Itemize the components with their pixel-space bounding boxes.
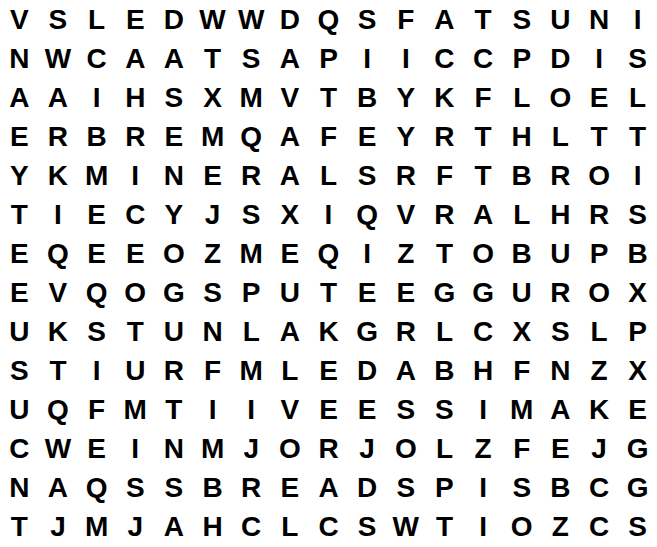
grid-cell[interactable]: L bbox=[580, 313, 619, 352]
grid-cell[interactable]: R bbox=[425, 195, 464, 234]
grid-cell[interactable]: S bbox=[348, 156, 387, 195]
grid-cell[interactable]: E bbox=[309, 391, 348, 430]
grid-cell[interactable]: T bbox=[464, 156, 503, 195]
grid-cell[interactable]: A bbox=[425, 0, 464, 39]
grid-cell[interactable]: F bbox=[502, 352, 541, 391]
grid-cell[interactable]: F bbox=[386, 0, 425, 39]
grid-cell[interactable]: T bbox=[155, 391, 194, 430]
grid-cell[interactable]: S bbox=[232, 195, 271, 234]
grid-cell[interactable]: A bbox=[541, 391, 580, 430]
grid-cell[interactable]: S bbox=[155, 78, 194, 117]
grid-cell[interactable]: M bbox=[232, 78, 271, 117]
grid-cell[interactable]: J bbox=[116, 508, 155, 547]
grid-cell[interactable]: A bbox=[155, 508, 194, 547]
grid-cell[interactable]: A bbox=[39, 78, 78, 117]
grid-cell[interactable]: K bbox=[309, 313, 348, 352]
grid-cell[interactable]: E bbox=[77, 430, 116, 469]
grid-cell[interactable]: E bbox=[580, 78, 619, 117]
grid-cell[interactable]: M bbox=[502, 391, 541, 430]
grid-cell[interactable]: I bbox=[77, 78, 116, 117]
grid-cell[interactable]: S bbox=[502, 469, 541, 508]
grid-cell[interactable]: I bbox=[116, 430, 155, 469]
grid-cell[interactable]: U bbox=[116, 352, 155, 391]
grid-cell[interactable]: Q bbox=[39, 234, 78, 273]
grid-cell[interactable]: H bbox=[464, 352, 503, 391]
grid-cell[interactable]: F bbox=[502, 430, 541, 469]
grid-cell[interactable]: A bbox=[0, 78, 39, 117]
grid-cell[interactable]: Z bbox=[386, 234, 425, 273]
grid-cell[interactable]: P bbox=[580, 234, 619, 273]
grid-cell[interactable]: J bbox=[232, 430, 271, 469]
grid-cell[interactable]: D bbox=[348, 469, 387, 508]
grid-cell[interactable]: S bbox=[232, 39, 271, 78]
grid-cell[interactable]: C bbox=[0, 430, 39, 469]
grid-cell[interactable]: M bbox=[193, 430, 232, 469]
grid-cell[interactable]: K bbox=[39, 156, 78, 195]
grid-cell[interactable]: R bbox=[386, 156, 425, 195]
grid-cell[interactable]: M bbox=[193, 117, 232, 156]
grid-cell[interactable]: O bbox=[386, 430, 425, 469]
grid-cell[interactable]: E bbox=[193, 156, 232, 195]
grid-cell[interactable]: W bbox=[39, 39, 78, 78]
grid-cell[interactable]: Z bbox=[541, 508, 580, 547]
grid-cell[interactable]: L bbox=[271, 352, 310, 391]
grid-cell[interactable]: O bbox=[271, 430, 310, 469]
grid-cell[interactable]: P bbox=[425, 469, 464, 508]
grid-cell[interactable]: Z bbox=[580, 352, 619, 391]
grid-cell[interactable]: O bbox=[580, 274, 619, 313]
grid-cell[interactable]: T bbox=[116, 313, 155, 352]
grid-cell[interactable]: S bbox=[77, 313, 116, 352]
grid-cell[interactable]: E bbox=[0, 117, 39, 156]
grid-cell[interactable]: I bbox=[464, 391, 503, 430]
grid-cell[interactable]: S bbox=[541, 313, 580, 352]
grid-cell[interactable]: N bbox=[541, 352, 580, 391]
grid-cell[interactable]: V bbox=[271, 78, 310, 117]
grid-cell[interactable]: S bbox=[425, 391, 464, 430]
grid-cell[interactable]: M bbox=[232, 352, 271, 391]
grid-cell[interactable]: P bbox=[502, 39, 541, 78]
grid-cell[interactable]: B bbox=[193, 469, 232, 508]
grid-cell[interactable]: B bbox=[425, 352, 464, 391]
grid-cell[interactable]: E bbox=[271, 234, 310, 273]
grid-cell[interactable]: K bbox=[425, 78, 464, 117]
grid-cell[interactable]: A bbox=[464, 195, 503, 234]
grid-cell[interactable]: X bbox=[271, 195, 310, 234]
grid-cell[interactable]: G bbox=[464, 274, 503, 313]
grid-cell[interactable]: E bbox=[309, 352, 348, 391]
grid-cell[interactable]: G bbox=[348, 313, 387, 352]
grid-cell[interactable]: F bbox=[309, 117, 348, 156]
grid-cell[interactable]: P bbox=[232, 274, 271, 313]
grid-cell[interactable]: C bbox=[464, 313, 503, 352]
grid-cell[interactable]: T bbox=[193, 39, 232, 78]
grid-cell[interactable]: X bbox=[618, 352, 657, 391]
grid-cell[interactable]: S bbox=[39, 0, 78, 39]
grid-cell[interactable]: N bbox=[193, 313, 232, 352]
grid-cell[interactable]: W bbox=[39, 430, 78, 469]
grid-cell[interactable]: S bbox=[348, 508, 387, 547]
grid-cell[interactable]: L bbox=[77, 0, 116, 39]
grid-cell[interactable]: A bbox=[386, 352, 425, 391]
grid-cell[interactable]: F bbox=[77, 391, 116, 430]
grid-cell[interactable]: T bbox=[618, 117, 657, 156]
grid-cell[interactable]: B bbox=[348, 78, 387, 117]
grid-cell[interactable]: T bbox=[309, 78, 348, 117]
grid-cell[interactable]: O bbox=[502, 508, 541, 547]
grid-cell[interactable]: I bbox=[464, 508, 503, 547]
grid-cell[interactable]: E bbox=[348, 274, 387, 313]
grid-cell[interactable]: H bbox=[502, 117, 541, 156]
grid-cell[interactable]: C bbox=[232, 508, 271, 547]
grid-cell[interactable]: S bbox=[0, 352, 39, 391]
grid-cell[interactable]: B bbox=[502, 234, 541, 273]
grid-cell[interactable]: U bbox=[0, 313, 39, 352]
grid-cell[interactable]: E bbox=[77, 195, 116, 234]
grid-cell[interactable]: U bbox=[541, 234, 580, 273]
grid-cell[interactable]: K bbox=[39, 313, 78, 352]
grid-cell[interactable]: U bbox=[155, 313, 194, 352]
grid-cell[interactable]: E bbox=[116, 0, 155, 39]
grid-cell[interactable]: E bbox=[0, 274, 39, 313]
grid-cell[interactable]: U bbox=[271, 274, 310, 313]
grid-cell[interactable]: G bbox=[155, 274, 194, 313]
grid-cell[interactable]: V bbox=[386, 195, 425, 234]
grid-cell[interactable]: S bbox=[618, 508, 657, 547]
grid-cell[interactable]: O bbox=[541, 78, 580, 117]
grid-cell[interactable]: R bbox=[386, 313, 425, 352]
grid-cell[interactable]: M bbox=[116, 391, 155, 430]
grid-cell[interactable]: D bbox=[541, 39, 580, 78]
grid-cell[interactable]: B bbox=[618, 234, 657, 273]
grid-cell[interactable]: I bbox=[116, 156, 155, 195]
grid-cell[interactable]: Y bbox=[0, 156, 39, 195]
grid-cell[interactable]: L bbox=[425, 313, 464, 352]
grid-cell[interactable]: E bbox=[77, 234, 116, 273]
grid-cell[interactable]: S bbox=[348, 0, 387, 39]
grid-cell[interactable]: A bbox=[271, 156, 310, 195]
grid-cell[interactable]: E bbox=[0, 234, 39, 273]
grid-cell[interactable]: T bbox=[464, 117, 503, 156]
grid-cell[interactable]: Z bbox=[193, 234, 232, 273]
grid-cell[interactable]: R bbox=[116, 117, 155, 156]
grid-cell[interactable]: I bbox=[39, 195, 78, 234]
grid-cell[interactable]: R bbox=[425, 117, 464, 156]
grid-cell[interactable]: M bbox=[77, 508, 116, 547]
grid-cell[interactable]: G bbox=[425, 274, 464, 313]
grid-cell[interactable]: T bbox=[464, 0, 503, 39]
grid-cell[interactable]: D bbox=[348, 352, 387, 391]
grid-cell[interactable]: R bbox=[309, 430, 348, 469]
word-search-grid: VSLEDWWDQSFATSUNINWCAATSAPIICCPDISAAIHSX… bbox=[0, 0, 657, 547]
grid-cell[interactable]: I bbox=[309, 195, 348, 234]
grid-cell[interactable]: I bbox=[464, 469, 503, 508]
grid-cell[interactable]: Q bbox=[77, 274, 116, 313]
grid-cell[interactable]: T bbox=[0, 508, 39, 547]
grid-cell[interactable]: J bbox=[193, 195, 232, 234]
grid-cell[interactable]: S bbox=[155, 469, 194, 508]
grid-cell[interactable]: L bbox=[502, 195, 541, 234]
grid-cell[interactable]: I bbox=[193, 391, 232, 430]
grid-cell[interactable]: A bbox=[39, 469, 78, 508]
grid-cell[interactable]: J bbox=[580, 430, 619, 469]
grid-cell[interactable]: A bbox=[271, 313, 310, 352]
grid-cell[interactable]: R bbox=[39, 117, 78, 156]
grid-cell[interactable]: N bbox=[155, 430, 194, 469]
grid-cell[interactable]: F bbox=[464, 78, 503, 117]
grid-cell[interactable]: T bbox=[425, 508, 464, 547]
grid-cell[interactable]: P bbox=[309, 39, 348, 78]
grid-cell[interactable]: S bbox=[193, 274, 232, 313]
grid-cell[interactable]: X bbox=[193, 78, 232, 117]
grid-cell[interactable]: A bbox=[271, 39, 310, 78]
grid-cell[interactable]: U bbox=[502, 274, 541, 313]
grid-cell[interactable]: W bbox=[386, 508, 425, 547]
grid-cell[interactable]: I bbox=[618, 0, 657, 39]
grid-cell[interactable]: S bbox=[116, 469, 155, 508]
grid-cell[interactable]: U bbox=[0, 391, 39, 430]
grid-cell[interactable]: Y bbox=[155, 195, 194, 234]
grid-cell[interactable]: R bbox=[232, 469, 271, 508]
grid-cell[interactable]: E bbox=[271, 469, 310, 508]
grid-cell[interactable]: D bbox=[155, 0, 194, 39]
grid-cell[interactable]: Q bbox=[232, 117, 271, 156]
grid-cell[interactable]: L bbox=[232, 313, 271, 352]
grid-cell[interactable]: I bbox=[386, 39, 425, 78]
grid-cell[interactable]: Q bbox=[39, 391, 78, 430]
grid-cell[interactable]: V bbox=[39, 274, 78, 313]
grid-cell[interactable]: N bbox=[0, 469, 39, 508]
grid-cell[interactable]: H bbox=[193, 508, 232, 547]
grid-cell[interactable]: C bbox=[464, 39, 503, 78]
grid-cell[interactable]: I bbox=[77, 352, 116, 391]
grid-cell[interactable]: R bbox=[541, 156, 580, 195]
grid-cell[interactable]: C bbox=[77, 39, 116, 78]
grid-cell[interactable]: M bbox=[232, 234, 271, 273]
grid-cell[interactable]: R bbox=[232, 156, 271, 195]
grid-cell[interactable]: W bbox=[193, 0, 232, 39]
grid-cell[interactable]: C bbox=[425, 39, 464, 78]
grid-cell[interactable]: L bbox=[309, 156, 348, 195]
grid-cell[interactable]: S bbox=[386, 469, 425, 508]
grid-cell[interactable]: A bbox=[155, 39, 194, 78]
grid-cell[interactable]: T bbox=[580, 117, 619, 156]
grid-cell[interactable]: X bbox=[618, 274, 657, 313]
grid-cell[interactable]: U bbox=[541, 0, 580, 39]
grid-cell[interactable]: E bbox=[348, 117, 387, 156]
grid-cell[interactable]: P bbox=[618, 313, 657, 352]
grid-cell[interactable]: M bbox=[77, 156, 116, 195]
grid-cell[interactable]: V bbox=[0, 0, 39, 39]
grid-cell[interactable]: R bbox=[580, 195, 619, 234]
grid-cell[interactable]: L bbox=[271, 508, 310, 547]
grid-cell[interactable]: D bbox=[271, 0, 310, 39]
grid-cell[interactable]: I bbox=[618, 156, 657, 195]
grid-cell[interactable]: T bbox=[39, 352, 78, 391]
grid-cell[interactable]: N bbox=[580, 0, 619, 39]
grid-cell[interactable]: S bbox=[618, 39, 657, 78]
grid-cell[interactable]: Q bbox=[77, 469, 116, 508]
grid-cell[interactable]: C bbox=[580, 508, 619, 547]
grid-cell[interactable]: L bbox=[502, 78, 541, 117]
grid-cell[interactable]: E bbox=[541, 430, 580, 469]
grid-cell[interactable]: A bbox=[271, 117, 310, 156]
grid-cell[interactable]: A bbox=[116, 39, 155, 78]
grid-cell[interactable]: O bbox=[155, 234, 194, 273]
grid-cell[interactable]: B bbox=[77, 117, 116, 156]
grid-cell[interactable]: I bbox=[348, 39, 387, 78]
grid-cell[interactable]: H bbox=[116, 78, 155, 117]
grid-cell[interactable]: G bbox=[618, 430, 657, 469]
grid-cell[interactable]: S bbox=[618, 195, 657, 234]
grid-cell[interactable]: I bbox=[348, 234, 387, 273]
grid-cell[interactable]: G bbox=[618, 469, 657, 508]
grid-cell[interactable]: W bbox=[232, 0, 271, 39]
grid-cell[interactable]: O bbox=[464, 234, 503, 273]
grid-cell[interactable]: A bbox=[309, 469, 348, 508]
grid-cell[interactable]: Z bbox=[464, 430, 503, 469]
grid-cell[interactable]: T bbox=[309, 274, 348, 313]
grid-cell[interactable]: S bbox=[502, 0, 541, 39]
grid-cell[interactable]: K bbox=[580, 391, 619, 430]
grid-cell[interactable]: E bbox=[116, 234, 155, 273]
grid-cell[interactable]: Q bbox=[309, 0, 348, 39]
grid-cell[interactable]: F bbox=[425, 156, 464, 195]
grid-cell[interactable]: C bbox=[580, 469, 619, 508]
grid-cell[interactable]: L bbox=[618, 78, 657, 117]
grid-cell[interactable]: F bbox=[193, 352, 232, 391]
grid-cell[interactable]: S bbox=[386, 391, 425, 430]
grid-cell[interactable]: Y bbox=[386, 78, 425, 117]
grid-cell[interactable]: E bbox=[155, 117, 194, 156]
grid-cell[interactable]: R bbox=[541, 274, 580, 313]
grid-cell[interactable]: L bbox=[425, 430, 464, 469]
grid-cell[interactable]: R bbox=[155, 352, 194, 391]
grid-cell[interactable]: N bbox=[0, 39, 39, 78]
grid-cell[interactable]: B bbox=[541, 469, 580, 508]
grid-cell[interactable]: H bbox=[541, 195, 580, 234]
grid-cell[interactable]: O bbox=[116, 274, 155, 313]
grid-cell[interactable]: V bbox=[271, 391, 310, 430]
grid-cell[interactable]: X bbox=[502, 313, 541, 352]
grid-cell[interactable]: C bbox=[116, 195, 155, 234]
grid-cell[interactable]: I bbox=[232, 391, 271, 430]
grid-cell[interactable]: L bbox=[541, 117, 580, 156]
grid-cell[interactable]: Q bbox=[348, 195, 387, 234]
grid-cell[interactable]: O bbox=[580, 156, 619, 195]
grid-cell[interactable]: Q bbox=[309, 234, 348, 273]
grid-cell[interactable]: E bbox=[348, 391, 387, 430]
grid-cell[interactable]: C bbox=[309, 508, 348, 547]
grid-cell[interactable]: T bbox=[0, 195, 39, 234]
grid-cell[interactable]: E bbox=[386, 274, 425, 313]
grid-cell[interactable]: B bbox=[502, 156, 541, 195]
grid-cell[interactable]: N bbox=[155, 156, 194, 195]
grid-cell[interactable]: Y bbox=[386, 117, 425, 156]
grid-cell[interactable]: E bbox=[618, 391, 657, 430]
grid-cell[interactable]: J bbox=[39, 508, 78, 547]
grid-cell[interactable]: I bbox=[580, 39, 619, 78]
grid-cell[interactable]: J bbox=[348, 430, 387, 469]
grid-cell[interactable]: T bbox=[425, 234, 464, 273]
